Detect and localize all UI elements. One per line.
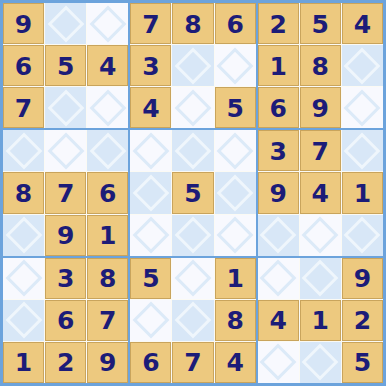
- cell-r2-c8[interactable]: 8: [300, 45, 341, 86]
- cell-value: 7: [99, 307, 116, 333]
- cell-value: 8: [184, 11, 201, 37]
- diamond-pattern-icon: [5, 260, 42, 297]
- cell-value: 5: [57, 53, 74, 79]
- cell-r1-c5[interactable]: 8: [172, 3, 213, 44]
- cell-value: 9: [57, 222, 74, 248]
- diamond-pattern-icon: [217, 175, 254, 212]
- cell-r8-c2[interactable]: 6: [45, 300, 86, 341]
- cell-r4-c9[interactable]: [342, 130, 383, 171]
- cell-value: 8: [15, 180, 32, 206]
- cell-value: 6: [226, 11, 243, 37]
- box-1: 96547: [3, 3, 128, 128]
- cell-r5-c5[interactable]: 5: [172, 172, 213, 213]
- cell-value: 7: [184, 349, 201, 375]
- cell-r7-c5[interactable]: [172, 258, 213, 299]
- cell-value: 5: [312, 11, 329, 37]
- cell-r2-c1[interactable]: 6: [3, 45, 44, 86]
- cell-r5-c7[interactable]: 9: [258, 172, 299, 213]
- cell-value: 6: [270, 95, 287, 121]
- cell-value: 7: [142, 11, 159, 37]
- diamond-pattern-icon: [132, 217, 169, 254]
- cell-r7-c4[interactable]: 5: [130, 258, 171, 299]
- cell-value: 5: [354, 349, 371, 375]
- cell-value: 1: [270, 53, 287, 79]
- cell-r4-c6[interactable]: [215, 130, 256, 171]
- sudoku-board: 96547 786345 2541869 87691 5 37941 38671…: [0, 0, 386, 386]
- cell-r5-c4[interactable]: [130, 172, 171, 213]
- diamond-pattern-icon: [175, 132, 212, 169]
- cell-r3-c5[interactable]: [172, 87, 213, 128]
- diamond-pattern-icon: [132, 302, 169, 339]
- cell-value: 1: [15, 349, 32, 375]
- cell-r8-c5[interactable]: [172, 300, 213, 341]
- cell-r3-c4[interactable]: 4: [130, 87, 171, 128]
- diamond-pattern-icon: [260, 217, 297, 254]
- cell-r4-c2[interactable]: [45, 130, 86, 171]
- cell-r7-c6[interactable]: 1: [215, 258, 256, 299]
- cell-value: 4: [99, 53, 116, 79]
- cell-r4-c3[interactable]: [87, 130, 128, 171]
- diamond-pattern-icon: [175, 47, 212, 84]
- cell-value: 7: [57, 180, 74, 206]
- cell-value: 2: [354, 307, 371, 333]
- diamond-pattern-icon: [344, 47, 381, 84]
- cell-value: 1: [99, 222, 116, 248]
- cell-r6-c8[interactable]: [300, 215, 341, 256]
- diamond-pattern-icon: [5, 217, 42, 254]
- diamond-pattern-icon: [217, 217, 254, 254]
- cell-r6-c3[interactable]: 1: [87, 215, 128, 256]
- cell-r3-c2[interactable]: [45, 87, 86, 128]
- diamond-pattern-icon: [89, 132, 126, 169]
- cell-value: 6: [57, 307, 74, 333]
- cell-r2-c9[interactable]: [342, 45, 383, 86]
- cell-r5-c6[interactable]: [215, 172, 256, 213]
- cell-r9-c3[interactable]: 9: [87, 342, 128, 383]
- cell-value: 3: [142, 53, 159, 79]
- cell-r1-c1[interactable]: 9: [3, 3, 44, 44]
- cell-r5-c9[interactable]: 1: [342, 172, 383, 213]
- cell-r1-c2[interactable]: [45, 3, 86, 44]
- cell-value: 7: [15, 95, 32, 121]
- diamond-pattern-icon: [302, 260, 339, 297]
- cell-r4-c7[interactable]: 3: [258, 130, 299, 171]
- cell-r9-c7[interactable]: [258, 342, 299, 383]
- box-5: 5: [130, 130, 255, 255]
- cell-r6-c6[interactable]: [215, 215, 256, 256]
- cell-r3-c7[interactable]: 6: [258, 87, 299, 128]
- cell-r3-c9[interactable]: [342, 87, 383, 128]
- diamond-pattern-icon: [344, 217, 381, 254]
- cell-r2-c4[interactable]: 3: [130, 45, 171, 86]
- cell-value: 4: [354, 11, 371, 37]
- box-3: 2541869: [258, 3, 383, 128]
- cell-r9-c4[interactable]: 6: [130, 342, 171, 383]
- cell-r9-c2[interactable]: 2: [45, 342, 86, 383]
- cell-value: 6: [142, 349, 159, 375]
- cell-value: 1: [354, 180, 371, 206]
- cell-value: 5: [226, 95, 243, 121]
- cell-value: 8: [312, 53, 329, 79]
- cell-r8-c6[interactable]: 8: [215, 300, 256, 341]
- box-2: 786345: [130, 3, 255, 128]
- cell-r3-c3[interactable]: [87, 87, 128, 128]
- cell-r5-c3[interactable]: 6: [87, 172, 128, 213]
- cell-value: 8: [226, 307, 243, 333]
- cell-r1-c9[interactable]: 4: [342, 3, 383, 44]
- cell-r7-c7[interactable]: [258, 258, 299, 299]
- diamond-pattern-icon: [302, 344, 339, 381]
- cell-r8-c4[interactable]: [130, 300, 171, 341]
- cell-value: 8: [99, 265, 116, 291]
- cell-r8-c3[interactable]: 7: [87, 300, 128, 341]
- cell-r2-c5[interactable]: [172, 45, 213, 86]
- cell-r2-c7[interactable]: 1: [258, 45, 299, 86]
- cell-value: 9: [354, 265, 371, 291]
- cell-r4-c8[interactable]: 7: [300, 130, 341, 171]
- diamond-pattern-icon: [89, 5, 126, 42]
- cell-r4-c1[interactable]: [3, 130, 44, 171]
- cell-r2-c3[interactable]: 4: [87, 45, 128, 86]
- cell-value: 9: [15, 11, 32, 37]
- diamond-pattern-icon: [47, 5, 84, 42]
- cell-value: 4: [226, 349, 243, 375]
- cell-r4-c4[interactable]: [130, 130, 171, 171]
- diamond-pattern-icon: [175, 260, 212, 297]
- cell-value: 1: [226, 265, 243, 291]
- cell-r5-c2[interactable]: 7: [45, 172, 86, 213]
- diamond-pattern-icon: [175, 302, 212, 339]
- cell-r1-c8[interactable]: 5: [300, 3, 341, 44]
- cell-r6-c5[interactable]: [172, 215, 213, 256]
- cell-r8-c9[interactable]: 2: [342, 300, 383, 341]
- cell-r7-c2[interactable]: 3: [45, 258, 86, 299]
- box-6: 37941: [258, 130, 383, 255]
- diamond-pattern-icon: [302, 217, 339, 254]
- cell-r7-c9[interactable]: 9: [342, 258, 383, 299]
- diamond-pattern-icon: [217, 47, 254, 84]
- diamond-pattern-icon: [47, 89, 84, 126]
- cell-value: 3: [57, 265, 74, 291]
- cell-r9-c6[interactable]: 4: [215, 342, 256, 383]
- cell-r6-c7[interactable]: [258, 215, 299, 256]
- box-8: 518674: [130, 258, 255, 383]
- cell-r9-c9[interactable]: 5: [342, 342, 383, 383]
- cell-r2-c2[interactable]: 5: [45, 45, 86, 86]
- diamond-pattern-icon: [217, 132, 254, 169]
- cell-r9-c5[interactable]: 7: [172, 342, 213, 383]
- diamond-pattern-icon: [132, 132, 169, 169]
- cell-value: 7: [312, 138, 329, 164]
- cell-value: 5: [142, 265, 159, 291]
- diamond-pattern-icon: [260, 344, 297, 381]
- box-4: 87691: [3, 130, 128, 255]
- cell-r1-c6[interactable]: 6: [215, 3, 256, 44]
- cell-value: 4: [312, 180, 329, 206]
- cell-value: 6: [15, 53, 32, 79]
- diamond-pattern-icon: [5, 302, 42, 339]
- diamond-pattern-icon: [89, 89, 126, 126]
- diamond-pattern-icon: [5, 132, 42, 169]
- cell-r7-c3[interactable]: 8: [87, 258, 128, 299]
- cell-r6-c1[interactable]: [3, 215, 44, 256]
- cell-r6-c9[interactable]: [342, 215, 383, 256]
- cell-r7-c8[interactable]: [300, 258, 341, 299]
- diamond-pattern-icon: [175, 217, 212, 254]
- cell-r8-c8[interactable]: 1: [300, 300, 341, 341]
- cell-value: 9: [270, 180, 287, 206]
- cell-r4-c5[interactable]: [172, 130, 213, 171]
- cell-value: 9: [312, 95, 329, 121]
- cell-value: 6: [99, 180, 116, 206]
- cell-r6-c2[interactable]: 9: [45, 215, 86, 256]
- box-7: 3867129: [3, 258, 128, 383]
- cell-r3-c8[interactable]: 9: [300, 87, 341, 128]
- diamond-pattern-icon: [260, 260, 297, 297]
- cell-r3-c6[interactable]: 5: [215, 87, 256, 128]
- diamond-pattern-icon: [132, 175, 169, 212]
- cell-r5-c1[interactable]: 8: [3, 172, 44, 213]
- cell-value: 2: [270, 11, 287, 37]
- cell-r2-c6[interactable]: [215, 45, 256, 86]
- cell-value: 5: [184, 180, 201, 206]
- cell-r8-c7[interactable]: 4: [258, 300, 299, 341]
- box-9: 94125: [258, 258, 383, 383]
- cell-r1-c3[interactable]: [87, 3, 128, 44]
- diamond-pattern-icon: [344, 132, 381, 169]
- cell-r9-c8[interactable]: [300, 342, 341, 383]
- cell-r3-c1[interactable]: 7: [3, 87, 44, 128]
- cell-value: 4: [142, 95, 159, 121]
- cell-r9-c1[interactable]: 1: [3, 342, 44, 383]
- cell-r1-c7[interactable]: 2: [258, 3, 299, 44]
- diamond-pattern-icon: [47, 132, 84, 169]
- cell-value: 3: [270, 138, 287, 164]
- diamond-pattern-icon: [344, 89, 381, 126]
- diamond-pattern-icon: [175, 89, 212, 126]
- cell-value: 1: [312, 307, 329, 333]
- cell-r1-c4[interactable]: 7: [130, 3, 171, 44]
- cell-value: 4: [270, 307, 287, 333]
- cell-value: 9: [99, 349, 116, 375]
- cell-value: 2: [57, 349, 74, 375]
- cell-r6-c4[interactable]: [130, 215, 171, 256]
- cell-r8-c1[interactable]: [3, 300, 44, 341]
- cell-r5-c8[interactable]: 4: [300, 172, 341, 213]
- cell-r7-c1[interactable]: [3, 258, 44, 299]
